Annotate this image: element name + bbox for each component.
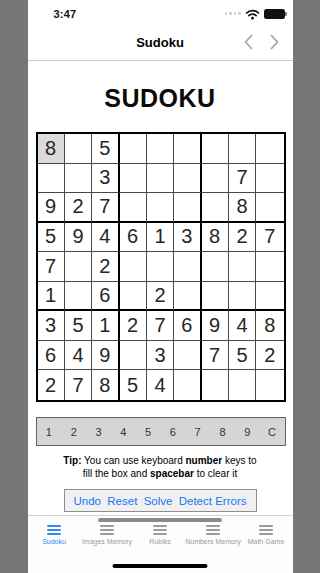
- status-time: 3:47: [54, 8, 77, 20]
- sudoku-cell[interactable]: [256, 282, 283, 312]
- sudoku-cell[interactable]: 8: [92, 370, 119, 400]
- tab-label: Sudoku: [42, 538, 66, 545]
- sudoku-cell[interactable]: [174, 252, 201, 282]
- sudoku-cell[interactable]: 2: [65, 193, 92, 223]
- sudoku-cell[interactable]: [174, 370, 201, 400]
- sudoku-cell[interactable]: 2: [147, 282, 174, 312]
- sudoku-cell[interactable]: [65, 164, 92, 194]
- sudoku-cell[interactable]: 4: [65, 341, 92, 371]
- status-icons: [225, 9, 285, 20]
- sudoku-cell[interactable]: [120, 341, 147, 371]
- sudoku-cell-selected[interactable]: 8: [38, 134, 65, 164]
- tab-label: Math Game: [248, 538, 285, 545]
- sudoku-cell[interactable]: 2: [92, 252, 119, 282]
- sudoku-cell[interactable]: [202, 193, 229, 223]
- sudoku-cell[interactable]: [229, 252, 256, 282]
- sudoku-cell[interactable]: [174, 193, 201, 223]
- tab-images-memory[interactable]: Images Memory: [81, 525, 134, 545]
- sudoku-cell[interactable]: 8: [256, 311, 283, 341]
- sudoku-board: 8537927859461382772162351276948649375227…: [36, 132, 286, 402]
- sudoku-cell[interactable]: [256, 252, 283, 282]
- sudoku-cell[interactable]: 5: [92, 134, 119, 164]
- sudoku-cell[interactable]: 7: [38, 252, 65, 282]
- sudoku-cell[interactable]: [174, 164, 201, 194]
- scroll-indicator[interactable]: [98, 518, 222, 522]
- sudoku-cell[interactable]: [256, 134, 283, 164]
- sudoku-cell[interactable]: 3: [147, 341, 174, 371]
- nav-bar: Sudoku: [28, 24, 293, 61]
- solve-button[interactable]: Solve: [144, 495, 173, 507]
- chevron-right-icon[interactable]: [270, 34, 279, 50]
- sudoku-cell[interactable]: 4: [229, 311, 256, 341]
- sudoku-cell[interactable]: [256, 193, 283, 223]
- sudoku-cell[interactable]: [120, 193, 147, 223]
- tip-text: Tip: You can use keyboard number keys to…: [28, 455, 293, 480]
- tab-bar: SudokuImages MemoryRubiksNumbers MemoryM…: [28, 515, 293, 573]
- tab-label: Images Memory: [82, 538, 132, 545]
- sudoku-cell[interactable]: [147, 164, 174, 194]
- numpad-key-4[interactable]: 4: [111, 418, 136, 445]
- tabs: SudokuImages MemoryRubiksNumbers MemoryM…: [28, 525, 293, 545]
- sudoku-cell[interactable]: [147, 193, 174, 223]
- sudoku-cell[interactable]: 7: [229, 164, 256, 194]
- sudoku-cell[interactable]: [229, 134, 256, 164]
- menu-lines-icon: [206, 525, 220, 535]
- sudoku-cell[interactable]: [174, 341, 201, 371]
- sudoku-cell[interactable]: [147, 252, 174, 282]
- numpad-key-7[interactable]: 7: [185, 418, 210, 445]
- sudoku-cell[interactable]: [256, 164, 283, 194]
- numpad-key-9[interactable]: 9: [235, 418, 260, 445]
- sudoku-cell[interactable]: 7: [92, 193, 119, 223]
- tab-label: Numbers Memory: [185, 538, 241, 545]
- battery-icon: [264, 9, 285, 19]
- sudoku-cell[interactable]: [202, 282, 229, 312]
- sudoku-cell[interactable]: 7: [147, 311, 174, 341]
- sudoku-cell[interactable]: [229, 370, 256, 400]
- sudoku-cell[interactable]: 6: [120, 223, 147, 253]
- action-bar: UndoResetSolveDetect Errors: [64, 489, 257, 512]
- cellular-signal-icon: [225, 12, 241, 16]
- tip-line: Tip: You can use keyboard number keys to: [28, 455, 293, 468]
- sudoku-cell[interactable]: 9: [92, 341, 119, 371]
- sudoku-cell[interactable]: [202, 370, 229, 400]
- page-title: SUDOKU: [28, 84, 293, 113]
- sudoku-cell[interactable]: 5: [38, 223, 65, 253]
- chevron-left-icon[interactable]: [244, 34, 253, 50]
- app-window: 3:47 Sudoku SUDOKU 853792785946138277216…: [28, 0, 293, 573]
- detect-errors-button[interactable]: Detect Errors: [179, 495, 247, 507]
- sudoku-cell[interactable]: 5: [229, 341, 256, 371]
- tab-numbers-memory[interactable]: Numbers Memory: [187, 525, 240, 545]
- home-indicator[interactable]: [113, 564, 208, 569]
- sudoku-cell[interactable]: 4: [92, 223, 119, 253]
- sudoku-cell[interactable]: 3: [38, 311, 65, 341]
- sudoku-cell[interactable]: [120, 282, 147, 312]
- menu-lines-icon: [100, 525, 114, 535]
- sudoku-cell[interactable]: 8: [202, 223, 229, 253]
- sudoku-cell[interactable]: [256, 370, 283, 400]
- sudoku-cell[interactable]: 7: [202, 341, 229, 371]
- menu-lines-icon: [259, 525, 273, 535]
- number-pad: 123456789C: [36, 417, 286, 446]
- reset-button[interactable]: Reset: [107, 495, 137, 507]
- numpad-key-c[interactable]: C: [260, 418, 285, 445]
- tab-sudoku[interactable]: Sudoku: [28, 525, 81, 545]
- tab-rubiks[interactable]: Rubiks: [134, 525, 187, 545]
- sudoku-cell[interactable]: 3: [92, 164, 119, 194]
- sudoku-cell[interactable]: 9: [202, 311, 229, 341]
- tab-math-game[interactable]: Math Game: [240, 525, 293, 545]
- sudoku-cell[interactable]: 2: [229, 223, 256, 253]
- sudoku-cell[interactable]: 7: [256, 223, 283, 253]
- sudoku-cell[interactable]: 3: [174, 223, 201, 253]
- sudoku-cell[interactable]: 8: [229, 193, 256, 223]
- wifi-icon: [245, 9, 260, 20]
- sudoku-cell[interactable]: [65, 252, 92, 282]
- sudoku-cell[interactable]: 1: [92, 311, 119, 341]
- sudoku-cell[interactable]: [65, 134, 92, 164]
- sudoku-cell[interactable]: [65, 282, 92, 312]
- menu-lines-icon: [153, 525, 167, 535]
- sudoku-cell[interactable]: [38, 164, 65, 194]
- status-bar: 3:47: [28, 0, 293, 24]
- sudoku-cell[interactable]: [202, 134, 229, 164]
- sudoku-cell[interactable]: 1: [147, 223, 174, 253]
- sudoku-cell[interactable]: 9: [38, 193, 65, 223]
- sudoku-cell[interactable]: 6: [174, 311, 201, 341]
- sudoku-cell[interactable]: [147, 134, 174, 164]
- numpad-key-2[interactable]: 2: [61, 418, 86, 445]
- numpad-key-1[interactable]: 1: [37, 418, 62, 445]
- sudoku-cell[interactable]: 7: [65, 370, 92, 400]
- numpad-key-3[interactable]: 3: [86, 418, 111, 445]
- sudoku-cell[interactable]: 4: [147, 370, 174, 400]
- sudoku-cell[interactable]: 9: [65, 223, 92, 253]
- sudoku-cell[interactable]: 1: [38, 282, 65, 312]
- tab-label: Rubiks: [149, 538, 170, 545]
- sudoku-cell[interactable]: [174, 282, 201, 312]
- sudoku-cell[interactable]: 6: [38, 341, 65, 371]
- numpad-key-8[interactable]: 8: [210, 418, 235, 445]
- sudoku-cell[interactable]: [120, 134, 147, 164]
- menu-lines-icon: [47, 525, 61, 535]
- sudoku-cell[interactable]: [120, 164, 147, 194]
- sudoku-cell[interactable]: 2: [256, 341, 283, 371]
- sudoku-cell[interactable]: [229, 282, 256, 312]
- sudoku-cell[interactable]: 6: [92, 282, 119, 312]
- sudoku-cell[interactable]: 2: [120, 311, 147, 341]
- numpad-key-5[interactable]: 5: [136, 418, 161, 445]
- tip-line: fill the box and spacebar to clear it: [28, 468, 293, 481]
- numpad-key-6[interactable]: 6: [160, 418, 185, 445]
- sudoku-cell[interactable]: [202, 252, 229, 282]
- sudoku-cell[interactable]: [120, 252, 147, 282]
- sudoku-cell[interactable]: 5: [120, 370, 147, 400]
- undo-button[interactable]: Undo: [74, 495, 102, 507]
- sudoku-cell[interactable]: [202, 164, 229, 194]
- sudoku-cell[interactable]: [174, 134, 201, 164]
- sudoku-cell[interactable]: 2: [38, 370, 65, 400]
- sudoku-cell[interactable]: 5: [65, 311, 92, 341]
- nav-title: Sudoku: [136, 35, 184, 50]
